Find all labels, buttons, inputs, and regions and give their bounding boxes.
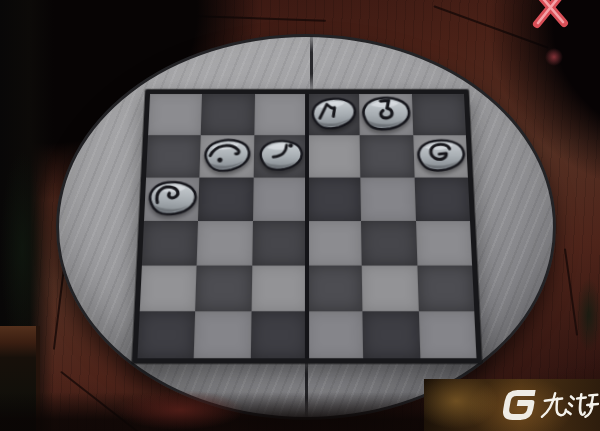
stone-rune-zigzag[interactable]: [306, 93, 361, 133]
cell-r6c4[interactable]: [307, 311, 364, 358]
cell-r4c4[interactable]: [307, 221, 362, 266]
dark-green-tint-left: [0, 150, 44, 350]
cell-r3c5[interactable]: [361, 178, 416, 221]
cell-r1c6[interactable]: [412, 94, 466, 135]
red-paint-drip: [545, 48, 563, 66]
stone-rune-hook[interactable]: [357, 92, 414, 134]
checkerboard[interactable]: [132, 89, 482, 363]
cell-r4c2[interactable]: [197, 221, 253, 266]
cell-r1c3[interactable]: [254, 94, 307, 135]
watermark-9game: [424, 379, 600, 431]
stone-rune-curl[interactable]: [142, 176, 202, 219]
cell-r6c2[interactable]: [194, 311, 251, 358]
board-area: [139, 78, 475, 364]
cell-r3c3[interactable]: [253, 178, 307, 221]
stone-rune-arc-dot[interactable]: [200, 135, 255, 175]
cell-r6c1[interactable]: [137, 311, 195, 358]
watermark-text-jiuyou: [539, 390, 600, 420]
cell-r2c5[interactable]: [360, 135, 414, 177]
cell-r5c6[interactable]: [417, 266, 474, 312]
cell-r2c4[interactable]: [307, 135, 361, 177]
9game-logo-icon: [498, 387, 540, 423]
cell-r4c5[interactable]: [361, 221, 417, 266]
cell-r6c6[interactable]: [419, 311, 477, 358]
cell-r1c4[interactable]: [307, 94, 360, 135]
cell-r1c2[interactable]: [201, 94, 255, 135]
cell-r5c4[interactable]: [307, 266, 363, 312]
cell-r2c3[interactable]: [253, 135, 307, 177]
cell-r4c6[interactable]: [416, 221, 472, 266]
cell-r3c6[interactable]: [414, 178, 470, 221]
cell-r2c1[interactable]: [146, 135, 201, 177]
cell-r3c1[interactable]: [144, 178, 200, 221]
cell-r1c1[interactable]: [148, 94, 202, 135]
stone-rune-angle-dot[interactable]: [254, 136, 306, 173]
cell-r6c5[interactable]: [363, 311, 420, 358]
cell-r3c2[interactable]: [198, 178, 253, 221]
cell-r5c5[interactable]: [362, 266, 418, 312]
cell-r2c6[interactable]: [413, 135, 468, 177]
cell-r5c3[interactable]: [251, 266, 307, 312]
cell-r2c2[interactable]: [200, 135, 254, 177]
close-icon[interactable]: [526, 0, 576, 35]
cell-r4c3[interactable]: [252, 221, 307, 266]
cell-r4c1[interactable]: [142, 221, 198, 266]
maroon-shadow-patch: [116, 390, 244, 430]
cell-r6c3[interactable]: [250, 311, 306, 358]
cell-r1c5[interactable]: [359, 94, 413, 135]
cell-r5c1[interactable]: [140, 266, 197, 312]
dark-green-tint-right: [576, 278, 600, 352]
cell-r3c4[interactable]: [307, 178, 361, 221]
cell-r5c2[interactable]: [195, 266, 251, 312]
stone-rune-g[interactable]: [411, 136, 469, 175]
game-scene: [0, 0, 600, 431]
